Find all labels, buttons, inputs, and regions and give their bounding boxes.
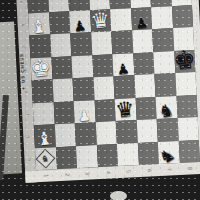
piece-black-pawn: ♟ xyxy=(134,16,148,31)
rank-label-4: 4 xyxy=(102,162,115,183)
rank-label-6: 6 xyxy=(142,160,155,181)
square-c4 xyxy=(91,31,113,55)
square-d8: ♚ xyxy=(174,50,196,74)
square-f3: ♟ xyxy=(74,100,96,124)
square-g3 xyxy=(75,122,97,146)
square-d5: ♟ xyxy=(112,53,134,77)
square-b4: ♛ xyxy=(90,9,112,33)
square-d7 xyxy=(153,51,175,75)
square-e2 xyxy=(52,78,74,102)
rank-label-1: 1 xyxy=(40,165,53,186)
file-label-f: f xyxy=(16,108,39,120)
square-e5 xyxy=(113,75,135,99)
square-g2 xyxy=(54,123,76,147)
square-g8 xyxy=(177,117,199,141)
square-g5 xyxy=(116,120,138,144)
square-f8 xyxy=(176,95,198,119)
square-d2 xyxy=(51,56,73,80)
file-label-b: b xyxy=(12,18,35,30)
square-e3 xyxy=(72,77,94,101)
file-label-g: g xyxy=(17,131,40,143)
chess-board: abcdefgh ✦ US CHESS ♝♟♛♟♚♟♚♟♛♞♝♞♞ 123456… xyxy=(16,0,200,183)
logo-knight-icon: ♞ xyxy=(41,154,50,163)
rank-label-2: 2 xyxy=(61,164,74,185)
piece-black-pawn: ♟ xyxy=(116,62,130,77)
piece-white-queen: ♛ xyxy=(90,11,111,33)
square-h1: ♞ xyxy=(35,147,57,171)
square-c8 xyxy=(173,27,195,51)
square-c5 xyxy=(111,30,133,54)
piece-black-pawn: ♟ xyxy=(73,19,87,34)
piece-black-king: ♚ xyxy=(172,48,197,74)
square-g4 xyxy=(95,121,117,145)
file-label-a: a xyxy=(11,0,34,8)
square-e8 xyxy=(175,72,197,96)
square-b5 xyxy=(110,8,132,32)
square-f2 xyxy=(53,101,75,125)
piece-black-knight: ♞ xyxy=(158,102,175,120)
square-b7 xyxy=(151,6,173,30)
square-c7 xyxy=(152,28,174,52)
square-g7 xyxy=(157,118,179,142)
square-g6 xyxy=(136,119,158,143)
rank-label-5: 5 xyxy=(122,161,135,182)
square-d6 xyxy=(133,52,155,76)
square-f6 xyxy=(135,97,157,121)
square-c2 xyxy=(50,33,72,57)
square-e4 xyxy=(93,76,115,100)
piece-white-pawn: ♟ xyxy=(78,109,92,124)
square-b3: ♟ xyxy=(69,10,91,34)
rank-label-8: 8 xyxy=(183,158,196,179)
square-c3 xyxy=(70,32,92,56)
piece-black-queen: ♛ xyxy=(115,100,136,122)
square-c6 xyxy=(132,29,154,53)
square-b8 xyxy=(171,5,193,29)
square-f4 xyxy=(94,99,116,123)
square-e7 xyxy=(154,73,176,97)
board-bottom-border: 12345678 xyxy=(25,162,200,183)
photo-stage: abcdefgh ✦ US CHESS ♝♟♛♟♚♟♚♟♛♞♝♞♞ 123456… xyxy=(0,0,200,200)
square-b2 xyxy=(49,11,71,35)
rank-label-3: 3 xyxy=(81,163,94,184)
us-chess-logo: ♞ xyxy=(36,148,56,168)
square-e6 xyxy=(134,74,156,98)
square-d3 xyxy=(71,55,93,79)
square-b6: ♟ xyxy=(130,7,152,31)
square-f7: ♞ xyxy=(156,96,178,120)
square-f5: ♛ xyxy=(115,98,137,122)
square-d4 xyxy=(92,54,114,78)
rank-label-7: 7 xyxy=(163,159,176,180)
board-edge-bump xyxy=(110,191,127,200)
board-grid: ♝♟♛♟♚♟♚♟♛♞♝♞♞ xyxy=(27,0,200,170)
